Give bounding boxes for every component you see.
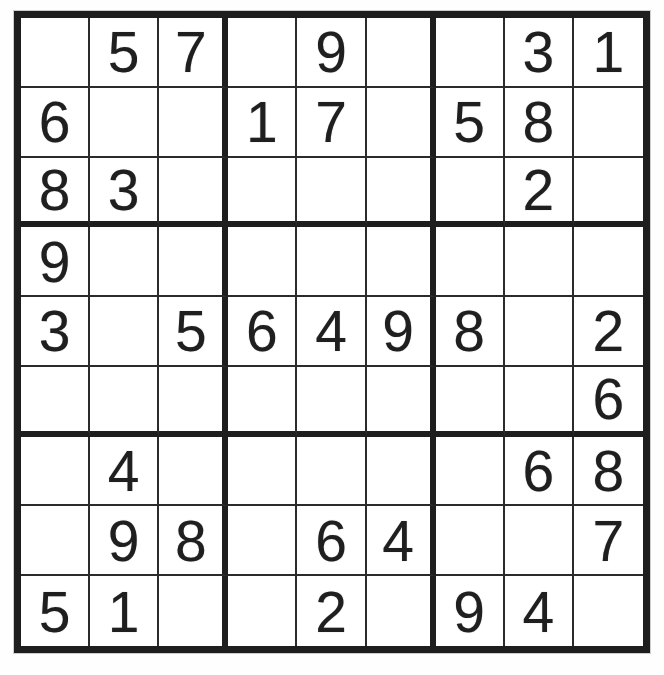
- cell-r7c2: 4: [90, 437, 159, 507]
- given-digit: 4: [522, 584, 554, 641]
- cell-r3c5[interactable]: [297, 158, 366, 228]
- cell-r6c5[interactable]: [297, 367, 366, 437]
- given-digit: 6: [315, 513, 347, 570]
- given-digit: 8: [453, 303, 485, 360]
- cell-r7c1[interactable]: [21, 437, 90, 507]
- cell-r1c7[interactable]: [436, 18, 505, 88]
- cell-r7c4[interactable]: [228, 437, 297, 507]
- cell-r5c2[interactable]: [90, 297, 159, 367]
- cell-r3c6[interactable]: [367, 158, 436, 228]
- given-digit: 6: [246, 303, 278, 360]
- given-digit: 2: [593, 303, 625, 360]
- cell-r7c3[interactable]: [159, 437, 228, 507]
- cell-r5c7: 8: [436, 297, 505, 367]
- given-digit: 1: [246, 94, 278, 151]
- given-digit: 9: [108, 513, 140, 570]
- cell-r6c8[interactable]: [505, 367, 574, 437]
- cell-r7c6[interactable]: [367, 437, 436, 507]
- cell-r1c5: 9: [297, 18, 366, 88]
- given-digit: 7: [315, 94, 347, 151]
- given-digit: 6: [522, 443, 554, 500]
- given-digit: 9: [39, 234, 71, 291]
- sudoku-board: 57931617588329356498264689864751294: [14, 11, 650, 653]
- cell-r4c3[interactable]: [159, 227, 228, 297]
- cell-r1c2: 5: [90, 18, 159, 88]
- cell-r3c1: 8: [21, 158, 90, 228]
- given-digit: 2: [315, 584, 347, 641]
- cell-r5c1: 3: [21, 297, 90, 367]
- cell-r4c1: 9: [21, 227, 90, 297]
- cell-r2c3[interactable]: [159, 88, 228, 158]
- cell-r3c8: 2: [505, 158, 574, 228]
- cell-r5c6: 9: [367, 297, 436, 367]
- cell-r2c4: 1: [228, 88, 297, 158]
- cell-r9c4[interactable]: [228, 576, 297, 646]
- given-digit: 9: [382, 303, 414, 360]
- given-digit: 8: [175, 513, 207, 570]
- cell-r6c2[interactable]: [90, 367, 159, 437]
- given-digit: 7: [593, 513, 625, 570]
- given-digit: 7: [175, 24, 207, 81]
- cell-r9c2: 1: [90, 576, 159, 646]
- cell-r2c6[interactable]: [367, 88, 436, 158]
- given-digit: 3: [522, 24, 554, 81]
- cell-r8c7[interactable]: [436, 506, 505, 576]
- given-digit: 8: [522, 94, 554, 151]
- cell-r7c9: 8: [574, 437, 643, 507]
- cell-r5c4: 6: [228, 297, 297, 367]
- cell-r5c5: 4: [297, 297, 366, 367]
- cell-r6c3[interactable]: [159, 367, 228, 437]
- cell-r2c1: 6: [21, 88, 90, 158]
- cell-r4c4[interactable]: [228, 227, 297, 297]
- cell-r9c5: 2: [297, 576, 366, 646]
- cell-r9c7: 9: [436, 576, 505, 646]
- given-digit: 3: [108, 162, 140, 219]
- cell-r5c9: 2: [574, 297, 643, 367]
- cell-r8c3: 8: [159, 506, 228, 576]
- cell-r6c9: 6: [574, 367, 643, 437]
- cell-r1c3: 7: [159, 18, 228, 88]
- cell-r7c8: 6: [505, 437, 574, 507]
- cell-r6c6[interactable]: [367, 367, 436, 437]
- given-digit: 8: [593, 443, 625, 500]
- cell-r3c7[interactable]: [436, 158, 505, 228]
- given-digit: 2: [522, 162, 554, 219]
- cell-r5c3: 5: [159, 297, 228, 367]
- given-digit: 5: [39, 584, 71, 641]
- given-digit: 9: [453, 584, 485, 641]
- cell-r4c2[interactable]: [90, 227, 159, 297]
- cell-r2c5: 7: [297, 88, 366, 158]
- cell-r3c4[interactable]: [228, 158, 297, 228]
- cell-r4c5[interactable]: [297, 227, 366, 297]
- cell-r4c7[interactable]: [436, 227, 505, 297]
- given-digit: 5: [453, 94, 485, 151]
- given-digit: 9: [315, 24, 347, 81]
- cell-r1c8: 3: [505, 18, 574, 88]
- cell-r4c8[interactable]: [505, 227, 574, 297]
- cell-r4c9[interactable]: [574, 227, 643, 297]
- cell-r8c2: 9: [90, 506, 159, 576]
- given-digit: 1: [593, 24, 625, 81]
- cell-r2c9[interactable]: [574, 88, 643, 158]
- cell-r5c8[interactable]: [505, 297, 574, 367]
- given-digit: 1: [108, 584, 140, 641]
- cell-r3c2: 3: [90, 158, 159, 228]
- scanned-page-background: 57931617588329356498264689864751294: [0, 0, 664, 675]
- cell-r2c7: 5: [436, 88, 505, 158]
- given-digit: 4: [382, 513, 414, 570]
- given-digit: 6: [593, 371, 625, 428]
- given-digit: 4: [108, 443, 140, 500]
- given-digit: 5: [175, 303, 207, 360]
- cell-r3c9[interactable]: [574, 158, 643, 228]
- cell-r9c1: 5: [21, 576, 90, 646]
- given-digit: 6: [39, 94, 71, 151]
- cell-r6c7[interactable]: [436, 367, 505, 437]
- cell-r9c9[interactable]: [574, 576, 643, 646]
- cell-r2c8: 8: [505, 88, 574, 158]
- given-digit: 3: [39, 303, 71, 360]
- cell-r9c8: 4: [505, 576, 574, 646]
- cell-r8c1[interactable]: [21, 506, 90, 576]
- cell-r7c5[interactable]: [297, 437, 366, 507]
- cell-r1c1[interactable]: [21, 18, 90, 88]
- given-digit: 4: [315, 303, 347, 360]
- cell-r8c4[interactable]: [228, 506, 297, 576]
- cell-r1c9: 1: [574, 18, 643, 88]
- cell-r9c3[interactable]: [159, 576, 228, 646]
- cell-r1c4[interactable]: [228, 18, 297, 88]
- cell-r9c6[interactable]: [367, 576, 436, 646]
- cell-r8c5: 6: [297, 506, 366, 576]
- cell-r3c3[interactable]: [159, 158, 228, 228]
- cell-r7c7[interactable]: [436, 437, 505, 507]
- cell-r8c9: 7: [574, 506, 643, 576]
- given-digit: 5: [108, 24, 140, 81]
- cell-r8c6: 4: [367, 506, 436, 576]
- cell-r4c6[interactable]: [367, 227, 436, 297]
- cell-r8c8[interactable]: [505, 506, 574, 576]
- cell-r6c1[interactable]: [21, 367, 90, 437]
- cell-r6c4[interactable]: [228, 367, 297, 437]
- given-digit: 8: [39, 162, 71, 219]
- cell-r1c6[interactable]: [367, 18, 436, 88]
- cell-r2c2[interactable]: [90, 88, 159, 158]
